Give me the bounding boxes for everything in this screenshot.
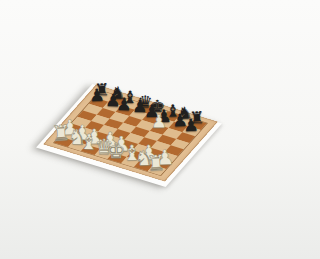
- piece-white-pawn: ♟: [150, 113, 166, 131]
- piece-white-rook: ♜: [146, 152, 166, 174]
- piece-black-pawn: ♟: [183, 117, 199, 135]
- piece-black-pawn: ♟: [116, 96, 132, 114]
- chess-set-photo: ♜♞♝♛♚♝♞♜♟♟♟♟♟♟♟♟♟♟♟♟♟♟♟♟♜♞♝♛♚♝♞♜: [0, 0, 259, 259]
- piece-black-pawn: ♟: [89, 87, 105, 105]
